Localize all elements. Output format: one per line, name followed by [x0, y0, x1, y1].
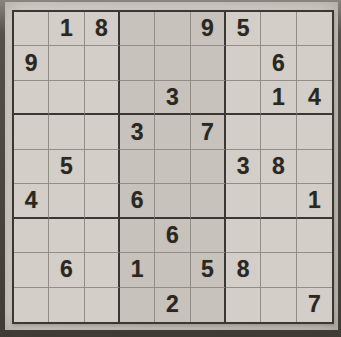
cell-r5c8[interactable]: 8	[261, 150, 296, 184]
cell-r5c3[interactable]	[85, 150, 120, 184]
cell-r7c5[interactable]: 6	[155, 219, 190, 253]
cell-r7c3[interactable]	[85, 219, 120, 253]
cell-r3c2[interactable]	[49, 81, 84, 115]
cell-r8c9[interactable]	[297, 253, 332, 287]
given-digit: 7	[308, 293, 321, 316]
cell-r7c1[interactable]	[14, 219, 49, 253]
photo-background: 189596314375384616615827	[5, 2, 338, 330]
given-digit: 6	[131, 189, 144, 212]
cell-r9c3[interactable]	[85, 288, 120, 322]
cell-r1c8[interactable]	[261, 12, 296, 46]
cell-r9c6[interactable]	[191, 288, 226, 322]
cell-r6c9[interactable]: 1	[297, 184, 332, 218]
cell-r8c3[interactable]	[85, 253, 120, 287]
cell-r9c7[interactable]	[226, 288, 261, 322]
sudoku-board: 189596314375384616615827	[12, 10, 334, 324]
cell-r1c7[interactable]: 5	[226, 12, 261, 46]
cell-r4c9[interactable]	[297, 115, 332, 149]
cell-r8c6[interactable]: 5	[191, 253, 226, 287]
cell-r3c7[interactable]	[226, 81, 261, 115]
cell-r7c7[interactable]	[226, 219, 261, 253]
cell-r8c5[interactable]	[155, 253, 190, 287]
cell-r2c3[interactable]	[85, 46, 120, 80]
cell-r6c4[interactable]: 6	[120, 184, 155, 218]
given-digit: 6	[60, 258, 73, 281]
cell-r3c9[interactable]: 4	[297, 81, 332, 115]
cell-r2c6[interactable]	[191, 46, 226, 80]
cell-r4c6[interactable]: 7	[191, 115, 226, 149]
given-digit: 8	[272, 155, 285, 178]
cell-r9c5[interactable]: 2	[155, 288, 190, 322]
cell-r5c9[interactable]	[297, 150, 332, 184]
cell-r8c1[interactable]	[14, 253, 49, 287]
cell-r8c7[interactable]: 8	[226, 253, 261, 287]
cell-r9c8[interactable]	[261, 288, 296, 322]
cell-r2c4[interactable]	[120, 46, 155, 80]
cell-r2c7[interactable]	[226, 46, 261, 80]
cell-r9c9[interactable]: 7	[297, 288, 332, 322]
cell-r2c9[interactable]	[297, 46, 332, 80]
cell-r6c3[interactable]	[85, 184, 120, 218]
cell-r6c1[interactable]: 4	[14, 184, 49, 218]
given-digit: 8	[95, 17, 108, 40]
cell-r5c7[interactable]: 3	[226, 150, 261, 184]
given-digit: 5	[237, 17, 250, 40]
cell-r3c1[interactable]	[14, 81, 49, 115]
cell-r9c1[interactable]	[14, 288, 49, 322]
given-digit: 5	[201, 258, 214, 281]
given-digit: 1	[60, 17, 73, 40]
cell-r6c5[interactable]	[155, 184, 190, 218]
given-digit: 4	[308, 86, 321, 109]
cell-r6c6[interactable]	[191, 184, 226, 218]
cell-r5c5[interactable]	[155, 150, 190, 184]
cell-r2c2[interactable]	[49, 46, 84, 80]
given-digit: 1	[131, 258, 144, 281]
cell-r1c6[interactable]: 9	[191, 12, 226, 46]
given-digit: 3	[166, 86, 179, 109]
cell-r3c3[interactable]	[85, 81, 120, 115]
cell-r2c1[interactable]: 9	[14, 46, 49, 80]
cell-r5c2[interactable]: 5	[49, 150, 84, 184]
cell-r4c7[interactable]	[226, 115, 261, 149]
given-digit: 2	[166, 293, 179, 316]
cell-r1c2[interactable]: 1	[49, 12, 84, 46]
cell-r5c6[interactable]	[191, 150, 226, 184]
cell-r7c4[interactable]	[120, 219, 155, 253]
cell-r1c3[interactable]: 8	[85, 12, 120, 46]
cell-r7c8[interactable]	[261, 219, 296, 253]
cell-r1c9[interactable]	[297, 12, 332, 46]
cell-r3c5[interactable]: 3	[155, 81, 190, 115]
cell-r8c8[interactable]	[261, 253, 296, 287]
cell-r1c5[interactable]	[155, 12, 190, 46]
cell-r3c8[interactable]: 1	[261, 81, 296, 115]
cell-r6c7[interactable]	[226, 184, 261, 218]
cell-r4c3[interactable]	[85, 115, 120, 149]
cell-r8c2[interactable]: 6	[49, 253, 84, 287]
given-digit: 1	[272, 86, 285, 109]
given-digit: 5	[60, 155, 73, 178]
given-digit: 1	[308, 189, 321, 212]
cell-r7c9[interactable]	[297, 219, 332, 253]
cell-r1c4[interactable]	[120, 12, 155, 46]
cell-r4c4[interactable]: 3	[120, 115, 155, 149]
cell-r5c1[interactable]	[14, 150, 49, 184]
cell-r5c4[interactable]	[120, 150, 155, 184]
cell-r7c2[interactable]	[49, 219, 84, 253]
given-digit: 8	[237, 258, 250, 281]
given-digit: 4	[25, 189, 38, 212]
cell-r4c5[interactable]	[155, 115, 190, 149]
cell-r4c1[interactable]	[14, 115, 49, 149]
cell-r2c8[interactable]: 6	[261, 46, 296, 80]
cell-r6c2[interactable]	[49, 184, 84, 218]
cell-r2c5[interactable]	[155, 46, 190, 80]
given-digit: 3	[131, 121, 144, 144]
given-digit: 9	[25, 52, 38, 75]
cell-r9c4[interactable]	[120, 288, 155, 322]
cell-r9c2[interactable]	[49, 288, 84, 322]
cell-r3c4[interactable]	[120, 81, 155, 115]
cell-r4c2[interactable]	[49, 115, 84, 149]
given-digit: 6	[272, 52, 285, 75]
given-digit: 7	[201, 121, 214, 144]
cell-r1c1[interactable]	[14, 12, 49, 46]
given-digit: 6	[166, 224, 179, 247]
cell-r6c8[interactable]	[261, 184, 296, 218]
given-digit: 9	[201, 17, 214, 40]
cell-r8c4[interactable]: 1	[120, 253, 155, 287]
given-digit: 3	[237, 155, 250, 178]
cell-r3c6[interactable]	[191, 81, 226, 115]
cell-r4c8[interactable]	[261, 115, 296, 149]
cell-r7c6[interactable]	[191, 219, 226, 253]
